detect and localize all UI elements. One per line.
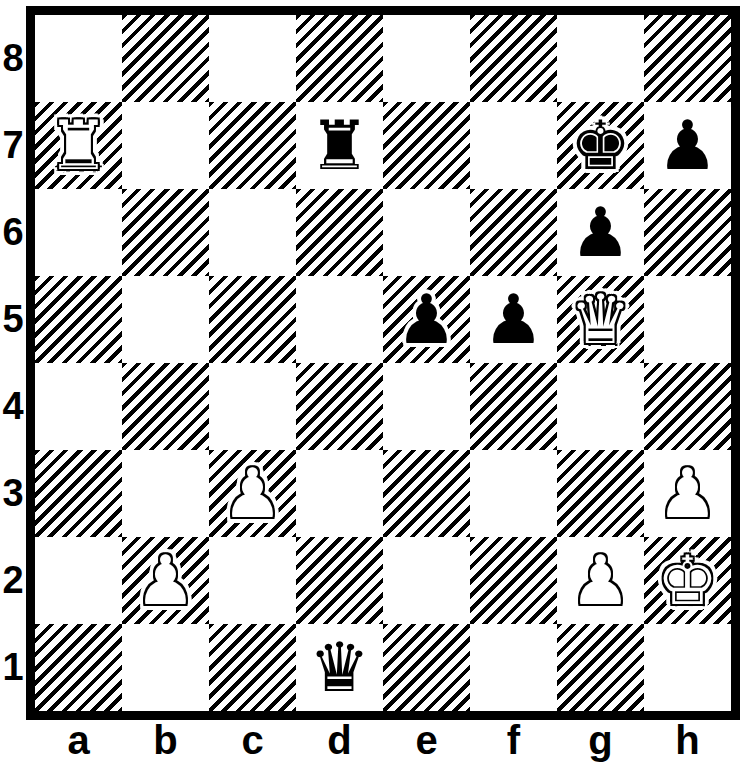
- square-h3[interactable]: ♟: [644, 450, 731, 537]
- square-e2[interactable]: [383, 537, 470, 624]
- black-pawn-icon[interactable]: ♟: [657, 102, 718, 189]
- rank-label-8: 8: [0, 15, 26, 102]
- square-f6[interactable]: [470, 189, 557, 276]
- square-b8[interactable]: [122, 15, 209, 102]
- white-pawn-icon[interactable]: ♟: [222, 450, 283, 537]
- square-b2[interactable]: ♟: [122, 537, 209, 624]
- square-e5[interactable]: ♟: [383, 276, 470, 363]
- rank-label-3: 3: [0, 450, 26, 537]
- square-c3[interactable]: ♟: [209, 450, 296, 537]
- square-e4[interactable]: [383, 363, 470, 450]
- square-h1[interactable]: [644, 624, 731, 711]
- square-d4[interactable]: [296, 363, 383, 450]
- square-a7[interactable]: ♜: [35, 102, 122, 189]
- square-f7[interactable]: [470, 102, 557, 189]
- square-a3[interactable]: [35, 450, 122, 537]
- square-g6[interactable]: ♟: [557, 189, 644, 276]
- square-h4[interactable]: [644, 363, 731, 450]
- square-c7[interactable]: [209, 102, 296, 189]
- rank-label-7: 7: [0, 102, 26, 189]
- square-h5[interactable]: [644, 276, 731, 363]
- file-label-h: h: [644, 716, 731, 771]
- square-b1[interactable]: [122, 624, 209, 711]
- square-d6[interactable]: [296, 189, 383, 276]
- square-a4[interactable]: [35, 363, 122, 450]
- square-e6[interactable]: [383, 189, 470, 276]
- square-c1[interactable]: [209, 624, 296, 711]
- white-rook-icon[interactable]: ♜: [48, 102, 109, 189]
- rank-label-1: 1: [0, 624, 26, 711]
- black-pawn-icon[interactable]: ♟: [483, 276, 544, 363]
- square-f4[interactable]: [470, 363, 557, 450]
- square-b6[interactable]: [122, 189, 209, 276]
- square-g3[interactable]: [557, 450, 644, 537]
- black-pawn-icon[interactable]: ♟: [570, 189, 631, 276]
- white-king-icon[interactable]: ♚: [657, 537, 718, 624]
- chess-diagram: 87654321 ♜♜♚♟♟♟♟♛♟♟♟♟♚♛ abcdefgh: [0, 0, 748, 771]
- rank-label-4: 4: [0, 363, 26, 450]
- square-e8[interactable]: [383, 15, 470, 102]
- square-d3[interactable]: [296, 450, 383, 537]
- file-label-c: c: [209, 716, 296, 771]
- file-label-b: b: [122, 716, 209, 771]
- rank-labels: 87654321: [0, 15, 26, 711]
- square-d5[interactable]: [296, 276, 383, 363]
- square-c6[interactable]: [209, 189, 296, 276]
- square-h8[interactable]: [644, 15, 731, 102]
- white-queen-icon[interactable]: ♛: [570, 276, 631, 363]
- rank-label-2: 2: [0, 537, 26, 624]
- white-pawn-icon[interactable]: ♟: [657, 450, 718, 537]
- rank-label-5: 5: [0, 276, 26, 363]
- square-e3[interactable]: [383, 450, 470, 537]
- square-a1[interactable]: [35, 624, 122, 711]
- square-f2[interactable]: [470, 537, 557, 624]
- square-b4[interactable]: [122, 363, 209, 450]
- square-d7[interactable]: ♜: [296, 102, 383, 189]
- square-d8[interactable]: [296, 15, 383, 102]
- white-pawn-icon[interactable]: ♟: [570, 537, 631, 624]
- black-queen-icon[interactable]: ♛: [309, 624, 370, 711]
- square-b3[interactable]: [122, 450, 209, 537]
- file-label-e: e: [383, 716, 470, 771]
- square-e7[interactable]: [383, 102, 470, 189]
- square-a6[interactable]: [35, 189, 122, 276]
- square-c4[interactable]: [209, 363, 296, 450]
- square-g8[interactable]: [557, 15, 644, 102]
- file-label-d: d: [296, 716, 383, 771]
- square-g1[interactable]: [557, 624, 644, 711]
- square-a8[interactable]: [35, 15, 122, 102]
- square-c2[interactable]: [209, 537, 296, 624]
- square-h2[interactable]: ♚: [644, 537, 731, 624]
- square-f3[interactable]: [470, 450, 557, 537]
- square-g7[interactable]: ♚: [557, 102, 644, 189]
- square-h7[interactable]: ♟: [644, 102, 731, 189]
- square-d2[interactable]: [296, 537, 383, 624]
- square-f5[interactable]: ♟: [470, 276, 557, 363]
- black-king-icon[interactable]: ♚: [570, 102, 631, 189]
- chess-board: ♜♜♚♟♟♟♟♛♟♟♟♟♚♛: [35, 15, 731, 711]
- black-pawn-icon[interactable]: ♟: [396, 276, 457, 363]
- square-g5[interactable]: ♛: [557, 276, 644, 363]
- square-e1[interactable]: [383, 624, 470, 711]
- black-rook-icon[interactable]: ♜: [309, 102, 370, 189]
- board-frame: ♜♜♚♟♟♟♟♛♟♟♟♟♚♛: [26, 6, 740, 720]
- file-label-g: g: [557, 716, 644, 771]
- square-g4[interactable]: [557, 363, 644, 450]
- square-f8[interactable]: [470, 15, 557, 102]
- square-f1[interactable]: [470, 624, 557, 711]
- rank-label-6: 6: [0, 189, 26, 276]
- white-pawn-icon[interactable]: ♟: [135, 537, 196, 624]
- square-g2[interactable]: ♟: [557, 537, 644, 624]
- square-c8[interactable]: [209, 15, 296, 102]
- square-a2[interactable]: [35, 537, 122, 624]
- square-c5[interactable]: [209, 276, 296, 363]
- square-a5[interactable]: [35, 276, 122, 363]
- file-label-a: a: [35, 716, 122, 771]
- square-h6[interactable]: [644, 189, 731, 276]
- file-label-f: f: [470, 716, 557, 771]
- file-labels: abcdefgh: [35, 716, 731, 771]
- square-b7[interactable]: [122, 102, 209, 189]
- square-d1[interactable]: ♛: [296, 624, 383, 711]
- square-b5[interactable]: [122, 276, 209, 363]
